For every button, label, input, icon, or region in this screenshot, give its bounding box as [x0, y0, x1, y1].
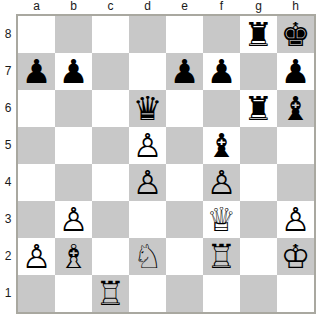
square-a5[interactable] — [18, 127, 55, 164]
square-f7[interactable]: ♟ — [203, 53, 240, 90]
file-label-e: e — [166, 0, 203, 14]
square-h7[interactable]: ♟ — [277, 53, 314, 90]
square-a8[interactable] — [18, 16, 55, 53]
file-label-f: f — [203, 0, 240, 14]
square-a7[interactable]: ♟ — [18, 53, 55, 90]
square-d3[interactable] — [129, 201, 166, 238]
square-d8[interactable] — [129, 16, 166, 53]
square-c2[interactable] — [92, 238, 129, 275]
square-a6[interactable] — [18, 90, 55, 127]
piece-black-queen: ♛ — [133, 90, 163, 127]
square-a3[interactable] — [18, 201, 55, 238]
piece-white-pawn: ♙ — [59, 201, 89, 238]
square-g8[interactable]: ♜ — [240, 16, 277, 53]
piece-white-bishop: ♗ — [59, 238, 89, 275]
piece-white-queen: ♕ — [207, 201, 237, 238]
square-b4[interactable] — [55, 164, 92, 201]
square-e6[interactable] — [166, 90, 203, 127]
file-label-a: a — [18, 0, 55, 14]
square-f5[interactable]: ♝ — [203, 127, 240, 164]
square-h1[interactable] — [277, 275, 314, 312]
piece-black-pawn: ♟ — [170, 53, 200, 90]
piece-black-bishop: ♝ — [281, 90, 311, 127]
square-e3[interactable] — [166, 201, 203, 238]
square-b2[interactable]: ♗ — [55, 238, 92, 275]
file-labels: abcdefgh — [18, 0, 314, 14]
file-label-row: abcdefgh — [0, 0, 320, 14]
square-e1[interactable] — [166, 275, 203, 312]
square-d2[interactable]: ♘ — [129, 238, 166, 275]
square-b3[interactable]: ♙ — [55, 201, 92, 238]
piece-black-bishop: ♝ — [207, 127, 237, 164]
square-b1[interactable] — [55, 275, 92, 312]
chess-diagram: abcdefgh 87654321 ♜♚♟♟♟♟♟♛♜♝♙♝♙♙♙♕♙♙♗♘♖♔… — [0, 0, 320, 320]
rank-labels: 87654321 — [0, 16, 16, 314]
rank-label-8: 8 — [0, 16, 16, 53]
square-h5[interactable] — [277, 127, 314, 164]
piece-white-pawn: ♙ — [281, 201, 311, 238]
square-d1[interactable] — [129, 275, 166, 312]
square-b5[interactable] — [55, 127, 92, 164]
square-f3[interactable]: ♕ — [203, 201, 240, 238]
piece-black-king: ♚ — [281, 16, 311, 53]
piece-white-rook: ♖ — [207, 238, 237, 275]
square-c7[interactable] — [92, 53, 129, 90]
square-f6[interactable] — [203, 90, 240, 127]
square-b7[interactable]: ♟ — [55, 53, 92, 90]
rank-label-3: 3 — [0, 201, 16, 238]
square-c1[interactable]: ♖ — [92, 275, 129, 312]
square-g4[interactable] — [240, 164, 277, 201]
square-h3[interactable]: ♙ — [277, 201, 314, 238]
square-g1[interactable] — [240, 275, 277, 312]
square-b6[interactable] — [55, 90, 92, 127]
piece-black-rook: ♜ — [244, 16, 274, 53]
piece-white-pawn: ♙ — [133, 127, 163, 164]
piece-black-pawn: ♟ — [207, 53, 237, 90]
piece-white-knight: ♘ — [133, 238, 163, 275]
rank-label-2: 2 — [0, 238, 16, 275]
piece-white-pawn: ♙ — [22, 238, 52, 275]
rank-label-5: 5 — [0, 127, 16, 164]
file-label-d: d — [129, 0, 166, 14]
piece-white-pawn: ♙ — [207, 164, 237, 201]
square-g7[interactable] — [240, 53, 277, 90]
square-h4[interactable] — [277, 164, 314, 201]
piece-white-pawn: ♙ — [133, 164, 163, 201]
square-f4[interactable]: ♙ — [203, 164, 240, 201]
square-g5[interactable] — [240, 127, 277, 164]
file-label-c: c — [92, 0, 129, 14]
chess-board: ♜♚♟♟♟♟♟♛♜♝♙♝♙♙♙♕♙♙♗♘♖♔♖ — [16, 14, 316, 314]
square-e5[interactable] — [166, 127, 203, 164]
board-row: 87654321 ♜♚♟♟♟♟♟♛♜♝♙♝♙♙♙♕♙♙♗♘♖♔♖ — [0, 14, 320, 314]
piece-black-pawn: ♟ — [22, 53, 52, 90]
square-e4[interactable] — [166, 164, 203, 201]
square-d7[interactable] — [129, 53, 166, 90]
square-g3[interactable] — [240, 201, 277, 238]
square-f1[interactable] — [203, 275, 240, 312]
square-f8[interactable] — [203, 16, 240, 53]
piece-black-rook: ♜ — [244, 90, 274, 127]
file-label-h: h — [277, 0, 314, 14]
square-c8[interactable] — [92, 16, 129, 53]
square-a2[interactable]: ♙ — [18, 238, 55, 275]
square-h8[interactable]: ♚ — [277, 16, 314, 53]
square-f2[interactable]: ♖ — [203, 238, 240, 275]
square-c3[interactable] — [92, 201, 129, 238]
piece-black-pawn: ♟ — [281, 53, 311, 90]
square-a4[interactable] — [18, 164, 55, 201]
square-c5[interactable] — [92, 127, 129, 164]
corner-spacer — [0, 0, 16, 14]
square-d6[interactable]: ♛ — [129, 90, 166, 127]
rank-label-7: 7 — [0, 53, 16, 90]
square-e8[interactable] — [166, 16, 203, 53]
square-b8[interactable] — [55, 16, 92, 53]
square-h6[interactable]: ♝ — [277, 90, 314, 127]
square-h2[interactable]: ♔ — [277, 238, 314, 275]
square-c4[interactable] — [92, 164, 129, 201]
rank-label-6: 6 — [0, 90, 16, 127]
piece-white-king: ♔ — [281, 238, 311, 275]
square-e2[interactable] — [166, 238, 203, 275]
piece-white-rook: ♖ — [96, 275, 126, 312]
square-g2[interactable] — [240, 238, 277, 275]
rank-label-4: 4 — [0, 164, 16, 201]
file-label-b: b — [55, 0, 92, 14]
piece-black-pawn: ♟ — [59, 53, 89, 90]
square-a1[interactable] — [18, 275, 55, 312]
rank-label-1: 1 — [0, 275, 16, 312]
square-g6[interactable]: ♜ — [240, 90, 277, 127]
square-c6[interactable] — [92, 90, 129, 127]
square-d5[interactable]: ♙ — [129, 127, 166, 164]
file-label-g: g — [240, 0, 277, 14]
square-d4[interactable]: ♙ — [129, 164, 166, 201]
square-e7[interactable]: ♟ — [166, 53, 203, 90]
